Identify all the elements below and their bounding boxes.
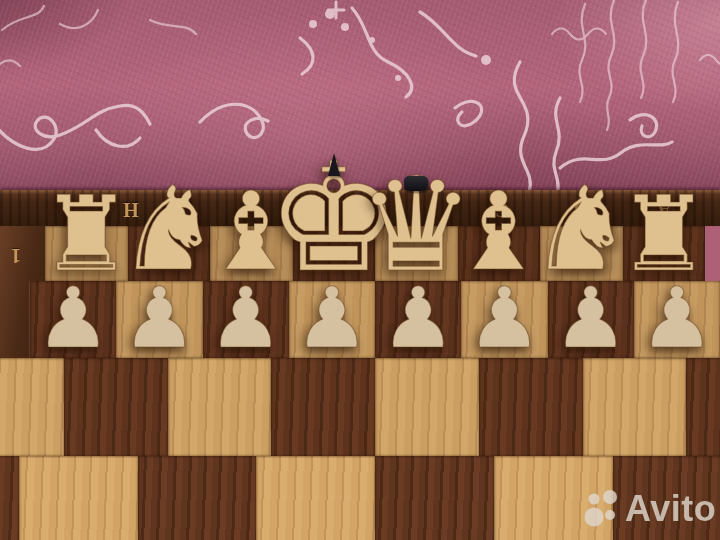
- square-a3: [686, 358, 720, 456]
- square-b3: [583, 358, 687, 456]
- chess-photo-scene: 1 Avito HCBA♜♞♝♚♛♝♞♜♟♟♟♟♟♟♟♟: [0, 0, 720, 540]
- square-h4: [0, 456, 19, 540]
- square-d4: [375, 456, 494, 540]
- square-g4: [19, 456, 138, 540]
- square-f3: [168, 358, 272, 456]
- square-g3: [64, 358, 168, 456]
- square-e3: [271, 358, 375, 456]
- board-rank-3: [0, 358, 720, 456]
- square-d3: [375, 358, 479, 456]
- watermark-text: Avito: [625, 488, 716, 530]
- piece-white-pawn-a2: ♟: [597, 276, 720, 360]
- square-c3: [479, 358, 583, 456]
- watermark-avito: Avito: [584, 488, 716, 530]
- square-f4: [138, 456, 257, 540]
- square-e4: [256, 456, 375, 540]
- avito-logo-icon: [584, 490, 620, 528]
- pawn-glyph: ♟: [639, 276, 714, 360]
- square-h3: [0, 358, 64, 456]
